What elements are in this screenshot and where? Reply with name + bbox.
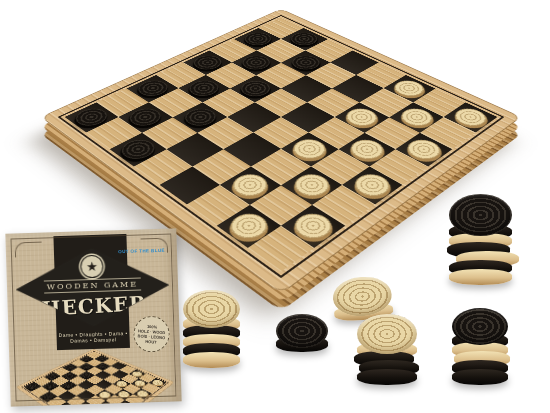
box-print-board [16, 349, 175, 407]
playing-area-border [21, 351, 168, 407]
box-title-main: CHECKERS [24, 290, 163, 322]
black-checker-side [452, 369, 508, 385]
brand-logo: OUT OF THE BLUE [118, 248, 165, 254]
black-checker-top [449, 194, 512, 236]
star-icon: ★ [81, 256, 103, 278]
product-box: ★ WOODEN GAME CHECKERS Dame • Draughts •… [5, 228, 181, 406]
natural-checker-top [183, 290, 240, 328]
wood-quality-badge: 100% HOLZ · WOOD BOIS · LEGNO HOUT [132, 314, 171, 353]
board-grid [24, 352, 167, 407]
stack-right-lower [452, 308, 508, 385]
black-checker-side [357, 369, 417, 385]
badge-line: HOUT [145, 338, 157, 344]
black-checker-top [452, 308, 508, 345]
natural-checker-side [183, 352, 240, 368]
black-checker-top [276, 314, 328, 348]
product-photo-scene: ★ WOODEN GAME CHECKERS Dame • Draughts •… [0, 0, 550, 413]
single-black-checker [276, 314, 328, 352]
stack-left [183, 290, 240, 368]
natural-checker-top [357, 314, 417, 354]
stack-right-upper [449, 194, 512, 285]
natural-checker-side [449, 269, 512, 285]
stack-middle [357, 314, 417, 385]
